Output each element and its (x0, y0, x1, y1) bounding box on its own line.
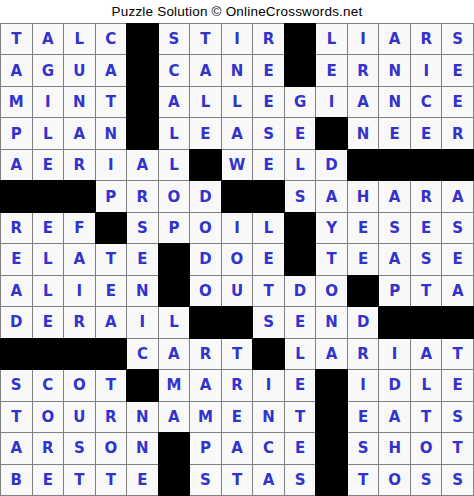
letter-cell: I (96, 150, 127, 180)
letter-cell: T (442, 433, 473, 463)
black-cell (127, 118, 158, 148)
black-cell (127, 55, 158, 85)
letter-cell: E (33, 465, 64, 495)
black-cell (316, 118, 347, 148)
letter-cell: D (348, 307, 379, 337)
letter-cell: S (159, 24, 190, 54)
letter-cell: A (159, 87, 190, 117)
letter-cell: T (411, 276, 442, 306)
letter-cell: A (411, 339, 442, 369)
letter-cell: A (1, 150, 32, 180)
letter-cell: E (379, 118, 410, 148)
letter-cell: E (442, 244, 473, 274)
letter-cell: L (33, 118, 64, 148)
letter-cell: E (127, 465, 158, 495)
black-cell (411, 150, 442, 180)
letter-cell: A (190, 55, 221, 85)
black-cell (222, 307, 253, 337)
letter-cell: T (1, 24, 32, 54)
letter-cell: A (316, 181, 347, 211)
black-cell (222, 181, 253, 211)
letter-cell: L (411, 370, 442, 400)
letter-cell: A (222, 433, 253, 463)
black-cell (96, 339, 127, 369)
letter-cell: I (316, 87, 347, 117)
letter-cell: A (159, 402, 190, 432)
letter-cell: R (222, 370, 253, 400)
letter-cell: O (159, 181, 190, 211)
letter-cell: C (411, 87, 442, 117)
letter-cell: B (1, 465, 32, 495)
black-cell (190, 150, 221, 180)
letter-cell: N (379, 55, 410, 85)
letter-cell: N (127, 276, 158, 306)
letter-cell: N (127, 433, 158, 463)
letter-cell: R (442, 118, 473, 148)
letter-cell: T (253, 276, 284, 306)
letter-cell: A (127, 150, 158, 180)
letter-cell: S (253, 307, 284, 337)
black-cell (253, 181, 284, 211)
letter-cell: T (222, 339, 253, 369)
black-cell (159, 465, 190, 495)
letter-cell: E (285, 433, 316, 463)
letter-cell: R (33, 433, 64, 463)
letter-cell: E (348, 244, 379, 274)
letter-cell: S (64, 433, 95, 463)
letter-cell: E (442, 55, 473, 85)
letter-cell: N (127, 402, 158, 432)
letter-cell: R (190, 339, 221, 369)
letter-cell: A (348, 87, 379, 117)
black-cell (127, 370, 158, 400)
letter-cell: L (285, 339, 316, 369)
letter-cell: A (96, 55, 127, 85)
black-cell (159, 276, 190, 306)
letter-cell: A (64, 244, 95, 274)
letter-cell: A (379, 402, 410, 432)
letter-cell: T (1, 402, 32, 432)
black-cell (64, 339, 95, 369)
letter-cell: E (253, 55, 284, 85)
letter-cell: A (1, 276, 32, 306)
letter-cell: I (379, 339, 410, 369)
letter-cell: N (96, 118, 127, 148)
letter-cell: R (348, 55, 379, 85)
letter-cell: E (222, 402, 253, 432)
letter-cell: O (411, 433, 442, 463)
letter-cell: E (285, 307, 316, 337)
black-cell (442, 150, 473, 180)
letter-cell: E (285, 370, 316, 400)
black-cell (64, 181, 95, 211)
letter-cell: S (285, 181, 316, 211)
letter-cell: S (253, 118, 284, 148)
letter-cell: I (127, 307, 158, 337)
letter-cell: E (253, 87, 284, 117)
letter-cell: N (348, 118, 379, 148)
letter-cell: T (348, 465, 379, 495)
black-cell (96, 213, 127, 243)
letter-cell: H (379, 433, 410, 463)
letter-cell: A (159, 339, 190, 369)
letter-cell: L (253, 213, 284, 243)
letter-cell: C (96, 24, 127, 54)
letter-cell: A (253, 465, 284, 495)
black-cell (190, 307, 221, 337)
black-cell (159, 433, 190, 463)
letter-cell: E (190, 118, 221, 148)
letter-cell: I (348, 24, 379, 54)
letter-cell: O (64, 370, 95, 400)
letter-cell: A (33, 24, 64, 54)
letter-cell: L (316, 24, 347, 54)
letter-cell: E (442, 370, 473, 400)
black-cell (379, 150, 410, 180)
letter-cell: S (442, 24, 473, 54)
letter-cell: T (96, 244, 127, 274)
letter-cell: T (285, 402, 316, 432)
letter-cell: I (348, 370, 379, 400)
black-cell (285, 213, 316, 243)
letter-cell: E (285, 118, 316, 148)
letter-cell: I (222, 213, 253, 243)
letter-cell: I (222, 24, 253, 54)
letter-cell: E (1, 244, 32, 274)
letter-cell: L (222, 87, 253, 117)
letter-cell: A (96, 307, 127, 337)
letter-cell: R (411, 24, 442, 54)
letter-cell: T (316, 244, 347, 274)
letter-cell: P (379, 276, 410, 306)
letter-cell: R (348, 339, 379, 369)
black-cell (127, 87, 158, 117)
letter-cell: P (1, 118, 32, 148)
letter-cell: A (442, 181, 473, 211)
black-cell (285, 24, 316, 54)
letter-cell: D (190, 181, 221, 211)
letter-cell: D (190, 244, 221, 274)
letter-cell: A (316, 339, 347, 369)
letter-cell: A (222, 118, 253, 148)
letter-cell: M (159, 370, 190, 400)
letter-cell: A (379, 24, 410, 54)
letter-cell: P (190, 433, 221, 463)
letter-cell: R (96, 402, 127, 432)
crossword-grid: TALCSTIRLIARSAGUACANEERNIEMINTALLEGIANCE… (0, 23, 474, 496)
letter-cell: O (222, 244, 253, 274)
letter-cell: T (442, 339, 473, 369)
letter-cell: A (190, 370, 221, 400)
letter-cell: E (442, 87, 473, 117)
letter-cell: E (253, 244, 284, 274)
letter-cell: O (316, 276, 347, 306)
letter-cell: R (127, 181, 158, 211)
letter-cell: E (411, 118, 442, 148)
letter-cell: A (379, 244, 410, 274)
letter-cell: O (96, 433, 127, 463)
letter-cell: L (285, 150, 316, 180)
letter-cell: S (442, 465, 473, 495)
letter-cell: A (379, 181, 410, 211)
letter-cell: S (442, 402, 473, 432)
black-cell (1, 181, 32, 211)
black-cell (379, 307, 410, 337)
letter-cell: L (159, 150, 190, 180)
letter-cell: C (159, 55, 190, 85)
letter-cell: L (64, 24, 95, 54)
letter-cell: T (411, 402, 442, 432)
letter-cell: T (64, 465, 95, 495)
letter-cell: C (253, 433, 284, 463)
letter-cell: S (411, 244, 442, 274)
letter-cell: P (96, 181, 127, 211)
letter-cell: I (253, 370, 284, 400)
letter-cell: T (96, 370, 127, 400)
letter-cell: E (411, 213, 442, 243)
letter-cell: L (33, 276, 64, 306)
letter-cell: A (1, 55, 32, 85)
letter-cell: O (190, 213, 221, 243)
black-cell (316, 433, 347, 463)
black-cell (285, 244, 316, 274)
letter-cell: H (348, 181, 379, 211)
letter-cell: C (127, 339, 158, 369)
letter-cell: I (33, 87, 64, 117)
black-cell (127, 24, 158, 54)
black-cell (33, 181, 64, 211)
letter-cell: R (1, 213, 32, 243)
black-cell (348, 276, 379, 306)
letter-cell: R (64, 307, 95, 337)
letter-cell: N (379, 87, 410, 117)
puzzle-solution-page: Puzzle Solution © OnlineCrosswords.net T… (0, 0, 474, 496)
black-cell (411, 307, 442, 337)
black-cell (348, 150, 379, 180)
letter-cell: E (33, 307, 64, 337)
letter-cell: U (64, 402, 95, 432)
letter-cell: T (96, 87, 127, 117)
letter-cell: L (159, 118, 190, 148)
letter-cell: P (159, 213, 190, 243)
letter-cell: I (64, 276, 95, 306)
letter-cell: I (411, 55, 442, 85)
letter-cell: T (190, 24, 221, 54)
letter-cell: R (64, 150, 95, 180)
letter-cell: N (64, 87, 95, 117)
letter-cell: E (33, 150, 64, 180)
letter-cell: A (1, 433, 32, 463)
black-cell (159, 244, 190, 274)
letter-cell: D (379, 370, 410, 400)
letter-cell: S (1, 370, 32, 400)
letter-cell: Y (316, 213, 347, 243)
letter-cell: L (190, 87, 221, 117)
letter-cell: E (96, 276, 127, 306)
letter-cell: T (222, 465, 253, 495)
letter-cell: W (222, 150, 253, 180)
letter-cell: E (316, 55, 347, 85)
letter-cell: N (222, 55, 253, 85)
letter-cell: N (316, 307, 347, 337)
letter-cell: E (348, 402, 379, 432)
letter-cell: C (33, 370, 64, 400)
letter-cell: D (285, 276, 316, 306)
letter-cell: E (33, 213, 64, 243)
letter-cell: R (411, 181, 442, 211)
letter-cell: O (379, 465, 410, 495)
letter-cell: R (253, 24, 284, 54)
black-cell (1, 339, 32, 369)
letter-cell: N (253, 402, 284, 432)
letter-cell: S (348, 433, 379, 463)
letter-cell: G (285, 87, 316, 117)
letter-cell: L (33, 244, 64, 274)
letter-cell: S (379, 213, 410, 243)
page-title: Puzzle Solution © OnlineCrosswords.net (0, 0, 474, 23)
black-cell (442, 307, 473, 337)
letter-cell: T (96, 465, 127, 495)
letter-cell: A (64, 118, 95, 148)
letter-cell: S (411, 465, 442, 495)
letter-cell: O (33, 402, 64, 432)
letter-cell: S (190, 465, 221, 495)
letter-cell: G (33, 55, 64, 85)
black-cell (33, 339, 64, 369)
letter-cell: U (64, 55, 95, 85)
letter-cell: O (190, 276, 221, 306)
letter-cell: F (64, 213, 95, 243)
black-cell (285, 55, 316, 85)
black-cell (253, 339, 284, 369)
black-cell (316, 402, 347, 432)
letter-cell: A (442, 276, 473, 306)
letter-cell: S (442, 213, 473, 243)
letter-cell: S (127, 213, 158, 243)
black-cell (316, 465, 347, 495)
letter-cell: E (348, 213, 379, 243)
letter-cell: M (190, 402, 221, 432)
letter-cell: U (222, 276, 253, 306)
letter-cell: D (1, 307, 32, 337)
black-cell (316, 370, 347, 400)
letter-cell: E (127, 244, 158, 274)
letter-cell: L (159, 307, 190, 337)
letter-cell: D (316, 150, 347, 180)
letter-cell: S (285, 465, 316, 495)
letter-cell: M (1, 87, 32, 117)
letter-cell: E (253, 150, 284, 180)
